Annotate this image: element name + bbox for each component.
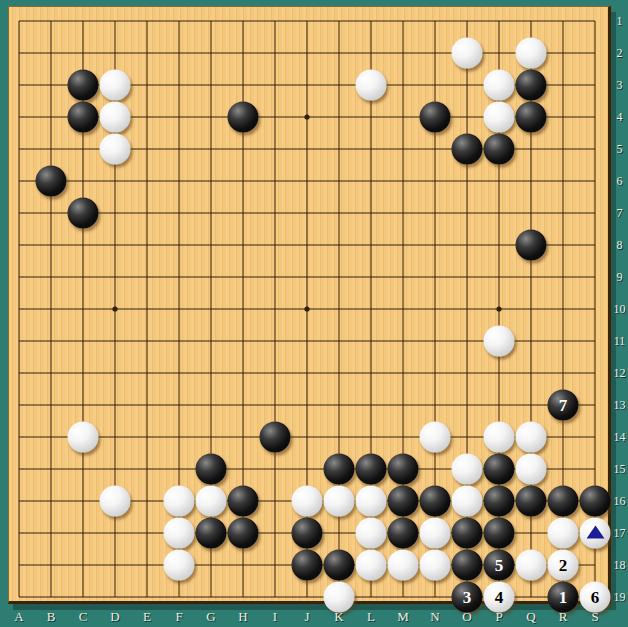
- row-label-9: 9: [611, 269, 628, 285]
- stone-white-Q2[interactable]: [516, 38, 547, 69]
- stone-black-H16[interactable]: [228, 486, 259, 517]
- stone-black-L15[interactable]: [356, 454, 387, 485]
- row-label-15: 15: [611, 461, 628, 477]
- stone-white-L17[interactable]: [356, 518, 387, 549]
- column-label-N: N: [425, 609, 445, 625]
- stone-white-F16[interactable]: [164, 486, 195, 517]
- stone-black-P15[interactable]: [484, 454, 515, 485]
- stone-white-O16[interactable]: [452, 486, 483, 517]
- stone-white-O15[interactable]: [452, 454, 483, 485]
- stone-black-R16[interactable]: [548, 486, 579, 517]
- stone-white-F17[interactable]: [164, 518, 195, 549]
- move-number-label: 7: [559, 397, 568, 414]
- stone-black-K15[interactable]: [324, 454, 355, 485]
- column-label-J: J: [297, 609, 317, 625]
- stone-white-D3[interactable]: [100, 70, 131, 101]
- stone-black-C3[interactable]: [68, 70, 99, 101]
- stone-white-D5[interactable]: [100, 134, 131, 165]
- stone-white-O2[interactable]: [452, 38, 483, 69]
- row-label-13: 13: [611, 397, 628, 413]
- stone-white-N18[interactable]: [420, 550, 451, 581]
- stone-black-C4[interactable]: [68, 102, 99, 133]
- row-label-1: 1: [611, 13, 628, 29]
- stone-black-M15[interactable]: [388, 454, 419, 485]
- stone-black-O19[interactable]: 3: [452, 582, 483, 613]
- column-label-K: K: [329, 609, 349, 625]
- stone-black-K18[interactable]: [324, 550, 355, 581]
- column-label-I: I: [265, 609, 285, 625]
- row-label-11: 11: [611, 333, 628, 349]
- stone-black-R19[interactable]: 1: [548, 582, 579, 613]
- stone-black-S16[interactable]: [580, 486, 611, 517]
- row-label-4: 4: [611, 109, 628, 125]
- row-label-6: 6: [611, 173, 628, 189]
- row-label-17: 17: [611, 525, 628, 541]
- stone-white-S17[interactable]: [580, 518, 611, 549]
- stone-black-B6[interactable]: [36, 166, 67, 197]
- stone-black-N16[interactable]: [420, 486, 451, 517]
- row-label-2: 2: [611, 45, 628, 61]
- stone-white-D16[interactable]: [100, 486, 131, 517]
- column-label-Q: Q: [521, 609, 541, 625]
- column-label-H: H: [233, 609, 253, 625]
- column-label-M: M: [393, 609, 413, 625]
- stone-white-C14[interactable]: [68, 422, 99, 453]
- stone-white-K16[interactable]: [324, 486, 355, 517]
- stone-white-P4[interactable]: [484, 102, 515, 133]
- column-label-L: L: [361, 609, 381, 625]
- stone-white-Q14[interactable]: [516, 422, 547, 453]
- stone-black-N4[interactable]: [420, 102, 451, 133]
- column-label-B: B: [41, 609, 61, 625]
- stone-white-M18[interactable]: [388, 550, 419, 581]
- stone-black-J17[interactable]: [292, 518, 323, 549]
- stone-black-O5[interactable]: [452, 134, 483, 165]
- stone-black-P17[interactable]: [484, 518, 515, 549]
- stone-white-L18[interactable]: [356, 550, 387, 581]
- stone-black-H17[interactable]: [228, 518, 259, 549]
- row-label-19: 19: [611, 589, 628, 605]
- go-app-background: 7523416 ABCDEFGHIJKLMNOPQRS 123456789101…: [0, 0, 628, 627]
- stone-black-G17[interactable]: [196, 518, 227, 549]
- column-label-P: P: [489, 609, 509, 625]
- stone-black-H4[interactable]: [228, 102, 259, 133]
- stone-black-Q3[interactable]: [516, 70, 547, 101]
- move-number-label: 5: [495, 557, 504, 574]
- stone-black-I14[interactable]: [260, 422, 291, 453]
- stone-white-Q15[interactable]: [516, 454, 547, 485]
- column-label-A: A: [9, 609, 29, 625]
- column-label-F: F: [169, 609, 189, 625]
- stone-black-M17[interactable]: [388, 518, 419, 549]
- triangle-marker-icon: [586, 526, 604, 539]
- stone-white-L16[interactable]: [356, 486, 387, 517]
- stone-black-P18[interactable]: 5: [484, 550, 515, 581]
- stone-white-F18[interactable]: [164, 550, 195, 581]
- column-label-E: E: [137, 609, 157, 625]
- row-label-5: 5: [611, 141, 628, 157]
- column-label-O: O: [457, 609, 477, 625]
- stone-white-P14[interactable]: [484, 422, 515, 453]
- move-number-label: 1: [559, 589, 568, 606]
- stone-black-J18[interactable]: [292, 550, 323, 581]
- stone-black-Q8[interactable]: [516, 230, 547, 261]
- stone-black-P16[interactable]: [484, 486, 515, 517]
- stone-white-P11[interactable]: [484, 326, 515, 357]
- stone-white-R18[interactable]: 2: [548, 550, 579, 581]
- stone-white-N14[interactable]: [420, 422, 451, 453]
- row-label-14: 14: [611, 429, 628, 445]
- row-label-7: 7: [611, 205, 628, 221]
- column-label-C: C: [73, 609, 93, 625]
- stone-black-R13[interactable]: 7: [548, 390, 579, 421]
- row-label-18: 18: [611, 557, 628, 573]
- stone-black-C7[interactable]: [68, 198, 99, 229]
- row-label-3: 3: [611, 77, 628, 93]
- move-number-label: 4: [495, 589, 504, 606]
- move-number-label: 3: [463, 589, 472, 606]
- stone-black-O18[interactable]: [452, 550, 483, 581]
- stone-black-Q4[interactable]: [516, 102, 547, 133]
- column-label-D: D: [105, 609, 125, 625]
- stone-black-P5[interactable]: [484, 134, 515, 165]
- stone-white-P19[interactable]: 4: [484, 582, 515, 613]
- stone-black-O17[interactable]: [452, 518, 483, 549]
- stone-white-P3[interactable]: [484, 70, 515, 101]
- stone-white-G16[interactable]: [196, 486, 227, 517]
- stone-white-J16[interactable]: [292, 486, 323, 517]
- column-label-R: R: [553, 609, 573, 625]
- row-label-8: 8: [611, 237, 628, 253]
- stone-white-K19[interactable]: [324, 582, 355, 613]
- stone-black-Q16[interactable]: [516, 486, 547, 517]
- stone-white-L3[interactable]: [356, 70, 387, 101]
- stone-black-M16[interactable]: [388, 486, 419, 517]
- go-board[interactable]: 7523416: [8, 6, 611, 604]
- row-label-10: 10: [611, 301, 628, 317]
- move-number-label: 2: [559, 557, 568, 574]
- stone-white-S19[interactable]: 6: [580, 582, 611, 613]
- stone-white-R17[interactable]: [548, 518, 579, 549]
- move-number-label: 6: [591, 589, 600, 606]
- stone-white-D4[interactable]: [100, 102, 131, 133]
- stone-white-Q18[interactable]: [516, 550, 547, 581]
- column-label-G: G: [201, 609, 221, 625]
- row-label-16: 16: [611, 493, 628, 509]
- stone-black-G15[interactable]: [196, 454, 227, 485]
- row-label-12: 12: [611, 365, 628, 381]
- column-label-S: S: [585, 609, 605, 625]
- stone-white-N17[interactable]: [420, 518, 451, 549]
